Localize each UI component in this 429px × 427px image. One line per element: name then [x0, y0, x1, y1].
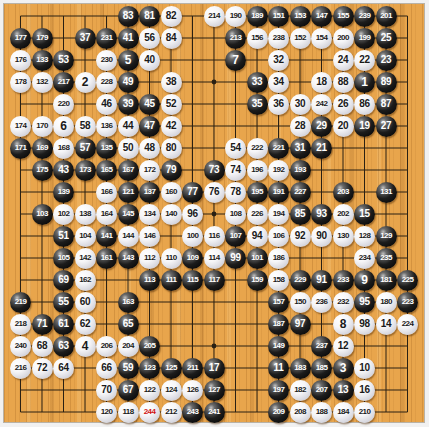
move-number: 42 [166, 121, 177, 131]
stone-black-173: 173 [75, 160, 96, 181]
stone-white-96: 96 [182, 204, 203, 225]
move-number: 102 [58, 210, 70, 218]
move-number: 6 [60, 120, 67, 132]
stone-black-73: 73 [204, 160, 225, 181]
move-number: 34 [273, 77, 284, 87]
move-number: 156 [251, 34, 263, 42]
stone-white-72: 72 [32, 358, 53, 379]
move-number: 234 [359, 254, 371, 262]
stone-black-63: 63 [53, 336, 74, 357]
stone-white-60: 60 [75, 292, 96, 313]
move-number: 204 [122, 342, 134, 350]
move-number: 196 [251, 166, 263, 174]
stone-white-8: 8 [333, 314, 354, 335]
stone-black-167: 167 [118, 160, 139, 181]
stone-black-53: 53 [53, 50, 74, 71]
move-number: 232 [337, 298, 349, 306]
move-number: 136 [101, 122, 113, 130]
move-number: 226 [251, 210, 263, 218]
stone-white-128: 128 [354, 226, 375, 247]
stone-white-220: 220 [53, 94, 74, 115]
move-number: 192 [273, 166, 285, 174]
move-number: 236 [316, 298, 328, 306]
move-number: 145 [122, 210, 134, 218]
move-number: 155 [337, 12, 349, 20]
stone-white-192: 192 [268, 160, 289, 181]
stone-white-18: 18 [311, 72, 332, 93]
move-number: 18 [316, 77, 327, 87]
move-number: 193 [294, 166, 306, 174]
move-number: 40 [144, 55, 155, 65]
stone-black-91: 91 [311, 270, 332, 291]
move-number: 85 [295, 209, 306, 219]
stone-black-193: 193 [290, 160, 311, 181]
stone-black-227: 227 [290, 182, 311, 203]
move-number: 142 [79, 254, 91, 262]
stone-black-201: 201 [376, 6, 397, 27]
move-number: 103 [36, 210, 48, 218]
move-number: 1 [361, 76, 368, 88]
move-number: 82 [166, 11, 177, 21]
move-number: 185 [316, 364, 328, 372]
move-number: 9 [361, 274, 368, 286]
move-number: 183 [294, 364, 306, 372]
move-number: 72 [37, 363, 48, 373]
stone-black-13: 13 [333, 380, 354, 401]
stone-black-93: 93 [311, 204, 332, 225]
move-number: 46 [101, 99, 112, 109]
stone-white-42: 42 [161, 116, 182, 137]
stone-white-64: 64 [53, 358, 74, 379]
stone-black-25: 25 [376, 28, 397, 49]
stone-white-92: 92 [290, 226, 311, 247]
move-number: 92 [295, 231, 306, 241]
move-number: 203 [337, 188, 349, 196]
move-number: 87 [381, 99, 392, 109]
move-number: 144 [122, 232, 134, 240]
stone-black-95: 95 [354, 292, 375, 313]
stone-black-23: 23 [376, 50, 397, 71]
stone-white-32: 32 [268, 50, 289, 71]
move-number: 187 [273, 320, 285, 328]
stone-white-144: 144 [118, 226, 139, 247]
stone-black-153: 153 [290, 6, 311, 27]
stone-white-132: 132 [32, 72, 53, 93]
stone-black-55: 55 [53, 292, 74, 313]
stone-white-28: 28 [290, 116, 311, 137]
move-number: 61 [58, 319, 69, 329]
move-number: 181 [380, 276, 392, 284]
stone-white-102: 102 [53, 204, 74, 225]
stone-white-86: 86 [354, 94, 375, 115]
stone-black-219: 219 [10, 292, 31, 313]
stone-black-181: 181 [376, 270, 397, 291]
stone-white-150: 150 [290, 292, 311, 313]
stone-white-54: 54 [225, 138, 246, 159]
stone-black-135: 135 [96, 138, 117, 159]
move-number: 3 [340, 362, 347, 374]
stone-white-146: 146 [139, 226, 160, 247]
move-number: 97 [295, 319, 306, 329]
move-number: 184 [337, 408, 349, 416]
move-number: 94 [252, 231, 263, 241]
stone-white-234: 234 [354, 248, 375, 269]
move-number: 179 [36, 34, 48, 42]
stone-black-97: 97 [290, 314, 311, 335]
move-number: 180 [380, 298, 392, 306]
move-number: 244 [144, 408, 156, 416]
stone-black-115: 115 [182, 270, 203, 291]
move-number: 35 [252, 99, 263, 109]
move-number: 109 [187, 254, 199, 262]
star-point [212, 80, 217, 85]
stone-white-188: 188 [311, 402, 332, 423]
move-number: 12 [338, 341, 349, 351]
move-number: 190 [230, 12, 242, 20]
move-number: 139 [58, 188, 70, 196]
move-number: 165 [101, 166, 113, 174]
stone-black-17: 17 [204, 358, 225, 379]
stone-black-33: 33 [247, 72, 268, 93]
move-number: 91 [316, 275, 327, 285]
stone-white-104: 104 [75, 226, 96, 247]
move-number: 206 [101, 342, 113, 350]
move-number: 153 [294, 12, 306, 20]
stone-white-78: 78 [225, 182, 246, 203]
move-number: 41 [123, 33, 134, 43]
move-number: 173 [79, 166, 91, 174]
stone-white-164: 164 [96, 204, 117, 225]
move-number: 194 [273, 210, 285, 218]
stone-black-103: 103 [32, 204, 53, 225]
move-number: 83 [123, 11, 134, 21]
move-number: 115 [187, 276, 198, 284]
move-number: 30 [295, 99, 306, 109]
move-number: 107 [230, 232, 242, 240]
stone-white-100: 100 [182, 226, 203, 247]
stone-white-126: 126 [182, 380, 203, 401]
stone-black-51: 51 [53, 226, 74, 247]
stone-black-99: 99 [225, 248, 246, 269]
move-number: 130 [337, 232, 349, 240]
move-number: 59 [123, 363, 134, 373]
stone-black-157: 157 [268, 292, 289, 313]
move-number: 67 [123, 385, 134, 395]
stone-black-189: 189 [247, 6, 268, 27]
move-number: 19 [359, 121, 370, 131]
stone-white-38: 38 [161, 72, 182, 93]
move-number: 240 [15, 342, 27, 350]
move-number: 154 [316, 34, 328, 42]
move-number: 170 [36, 122, 48, 130]
stone-black-61: 61 [53, 314, 74, 335]
stone-white-184: 184 [333, 402, 354, 423]
stone-white-84: 84 [161, 28, 182, 49]
move-number: 58 [80, 121, 91, 131]
move-number: 90 [316, 231, 327, 241]
move-number: 74 [230, 165, 241, 175]
stone-white-12: 12 [333, 336, 354, 357]
stone-black-195: 195 [247, 182, 268, 203]
move-number: 197 [273, 386, 285, 394]
move-number: 56 [144, 33, 155, 43]
stone-black-161: 161 [96, 248, 117, 269]
stone-white-140: 140 [161, 204, 182, 225]
move-number: 178 [15, 78, 27, 86]
move-number: 189 [251, 12, 263, 20]
move-number: 228 [101, 78, 113, 86]
stone-black-9: 9 [354, 270, 375, 291]
stone-black-243: 243 [182, 402, 203, 423]
move-number: 158 [273, 276, 285, 284]
stone-black-41: 41 [118, 28, 139, 49]
stone-white-6: 6 [53, 116, 74, 137]
stone-black-77: 77 [182, 182, 203, 203]
stone-white-228: 228 [96, 72, 117, 93]
stone-black-205: 205 [139, 336, 160, 357]
stone-black-81: 81 [139, 6, 160, 27]
move-number: 69 [58, 275, 69, 285]
move-number: 48 [144, 143, 155, 153]
move-number: 182 [294, 386, 306, 394]
move-number: 93 [316, 209, 327, 219]
stone-black-183: 183 [290, 358, 311, 379]
move-number: 162 [79, 276, 91, 284]
stone-white-88: 88 [333, 72, 354, 93]
stone-black-59: 59 [118, 358, 139, 379]
move-number: 29 [316, 121, 327, 131]
stone-black-169: 169 [32, 138, 53, 159]
move-number: 161 [101, 254, 113, 262]
stone-white-166: 166 [96, 182, 117, 203]
move-number: 38 [166, 77, 177, 87]
move-number: 219 [15, 298, 27, 306]
stone-black-221: 221 [268, 138, 289, 159]
stone-black-109: 109 [182, 248, 203, 269]
move-number: 68 [37, 341, 48, 351]
stone-white-212: 212 [161, 402, 182, 423]
stone-black-133: 133 [32, 50, 53, 71]
stone-white-10: 10 [354, 358, 375, 379]
stone-black-223: 223 [397, 292, 418, 313]
move-number: 108 [230, 210, 242, 218]
stone-white-240: 240 [10, 336, 31, 357]
stone-black-209: 209 [268, 402, 289, 423]
stone-white-56: 56 [139, 28, 160, 49]
stone-white-170: 170 [32, 116, 53, 137]
move-number: 138 [79, 210, 91, 218]
move-number: 147 [316, 12, 328, 20]
stone-white-232: 232 [333, 292, 354, 313]
stone-black-5: 5 [118, 50, 139, 71]
stone-white-156: 156 [247, 28, 268, 49]
move-number: 205 [144, 342, 156, 350]
move-number: 157 [273, 298, 285, 306]
stone-black-231: 231 [96, 28, 117, 49]
stone-black-147: 147 [311, 6, 332, 27]
stone-white-202: 202 [333, 204, 354, 225]
move-number: 235 [380, 254, 392, 262]
stone-white-16: 16 [354, 380, 375, 401]
stone-black-211: 211 [182, 358, 203, 379]
move-number: 168 [58, 144, 70, 152]
move-number: 208 [294, 408, 306, 416]
move-number: 8 [340, 318, 347, 330]
stone-black-117: 117 [204, 270, 225, 291]
stone-black-47: 47 [139, 116, 160, 137]
stone-white-210: 210 [354, 402, 375, 423]
move-number: 23 [381, 55, 392, 65]
move-number: 159 [251, 276, 263, 284]
stone-white-204: 204 [118, 336, 139, 357]
move-number: 44 [123, 121, 134, 131]
stone-white-94: 94 [247, 226, 268, 247]
stone-black-121: 121 [118, 182, 139, 203]
stone-white-130: 130 [333, 226, 354, 247]
stone-white-194: 194 [268, 204, 289, 225]
move-number: 160 [165, 188, 177, 196]
stone-black-37: 37 [75, 28, 96, 49]
stone-black-171: 171 [10, 138, 31, 159]
move-number: 55 [58, 297, 69, 307]
stone-white-26: 26 [333, 94, 354, 115]
stone-white-50: 50 [118, 138, 139, 159]
stone-white-74: 74 [225, 160, 246, 181]
stone-white-138: 138 [75, 204, 96, 225]
stone-white-46: 46 [96, 94, 117, 115]
move-number: 186 [273, 254, 285, 262]
move-number: 15 [359, 209, 370, 219]
stone-white-182: 182 [290, 380, 311, 401]
move-number: 171 [15, 144, 27, 152]
stone-white-4: 4 [75, 336, 96, 357]
move-number: 114 [208, 254, 219, 262]
stone-black-235: 235 [376, 248, 397, 269]
move-number: 64 [58, 363, 69, 373]
move-number: 104 [79, 232, 91, 240]
stone-white-208: 208 [290, 402, 311, 423]
move-number: 140 [165, 210, 177, 218]
move-number: 80 [166, 143, 177, 153]
move-number: 33 [252, 77, 263, 87]
move-number: 221 [273, 144, 285, 152]
move-number: 24 [338, 55, 349, 65]
move-number: 172 [144, 166, 156, 174]
stone-black-129: 129 [376, 226, 397, 247]
stone-black-159: 159 [247, 270, 268, 291]
move-number: 211 [187, 364, 198, 372]
stone-black-233: 233 [333, 270, 354, 291]
stone-white-2: 2 [75, 72, 96, 93]
stone-white-136: 136 [96, 116, 117, 137]
stone-black-57: 57 [75, 138, 96, 159]
move-number: 25 [381, 33, 392, 43]
stone-black-31: 31 [290, 138, 311, 159]
move-number: 96 [187, 209, 198, 219]
stone-white-158: 158 [268, 270, 289, 291]
stone-black-187: 187 [268, 314, 289, 335]
stone-white-172: 172 [139, 160, 160, 181]
move-number: 86 [359, 99, 370, 109]
stone-black-197: 197 [268, 380, 289, 401]
stone-black-199: 199 [354, 28, 375, 49]
stone-white-186: 186 [268, 248, 289, 269]
move-number: 71 [37, 319, 48, 329]
stone-black-213: 213 [225, 28, 246, 49]
stone-white-44: 44 [118, 116, 139, 137]
stone-black-113: 113 [139, 270, 160, 291]
move-number: 27 [381, 121, 392, 131]
stone-white-68: 68 [32, 336, 53, 357]
stone-white-142: 142 [75, 248, 96, 269]
move-number: 238 [273, 34, 285, 42]
move-number: 152 [294, 34, 306, 42]
stone-black-185: 185 [311, 358, 332, 379]
stone-black-141: 141 [96, 226, 117, 247]
move-number: 7 [232, 54, 239, 66]
stone-white-242: 242 [311, 94, 332, 115]
stone-white-36: 36 [268, 94, 289, 115]
stone-white-70: 70 [96, 380, 117, 401]
stone-white-178: 178 [10, 72, 31, 93]
stone-white-214: 214 [204, 6, 225, 27]
stone-white-122: 122 [139, 380, 160, 401]
stone-black-39: 39 [118, 94, 139, 115]
move-number: 45 [144, 99, 155, 109]
move-number: 241 [208, 408, 220, 416]
stone-black-139: 139 [53, 182, 74, 203]
stone-white-226: 226 [247, 204, 268, 225]
move-number: 101 [251, 254, 263, 262]
stone-black-43: 43 [53, 160, 74, 181]
move-number: 16 [359, 385, 370, 395]
move-number: 151 [273, 12, 285, 20]
move-number: 57 [80, 143, 91, 153]
stone-black-175: 175 [32, 160, 53, 181]
stone-white-108: 108 [225, 204, 246, 225]
move-number: 11 [274, 363, 284, 373]
stone-black-145: 145 [118, 204, 139, 225]
stone-white-238: 238 [268, 28, 289, 49]
stone-white-82: 82 [161, 6, 182, 27]
stone-black-11: 11 [268, 358, 289, 379]
move-number: 32 [273, 55, 284, 65]
move-number: 163 [122, 298, 134, 306]
move-number: 231 [101, 34, 113, 42]
move-number: 218 [15, 320, 27, 328]
move-number: 202 [337, 210, 349, 218]
stone-white-34: 34 [268, 72, 289, 93]
stone-white-66: 66 [96, 358, 117, 379]
stone-black-229: 229 [290, 270, 311, 291]
stone-black-71: 71 [32, 314, 53, 335]
stone-black-179: 179 [32, 28, 53, 49]
stone-black-69: 69 [53, 270, 74, 291]
stone-black-27: 27 [376, 116, 397, 137]
stone-white-98: 98 [354, 314, 375, 335]
stone-white-154: 154 [311, 28, 332, 49]
move-number: 65 [123, 319, 134, 329]
stone-black-149: 149 [268, 336, 289, 357]
move-number: 31 [295, 143, 306, 153]
stone-white-224: 224 [397, 314, 418, 335]
move-number: 50 [123, 143, 134, 153]
stone-black-239: 239 [354, 6, 375, 27]
stone-black-163: 163 [118, 292, 139, 313]
move-number: 224 [402, 320, 414, 328]
stone-white-162: 162 [75, 270, 96, 291]
move-number: 149 [273, 342, 285, 350]
